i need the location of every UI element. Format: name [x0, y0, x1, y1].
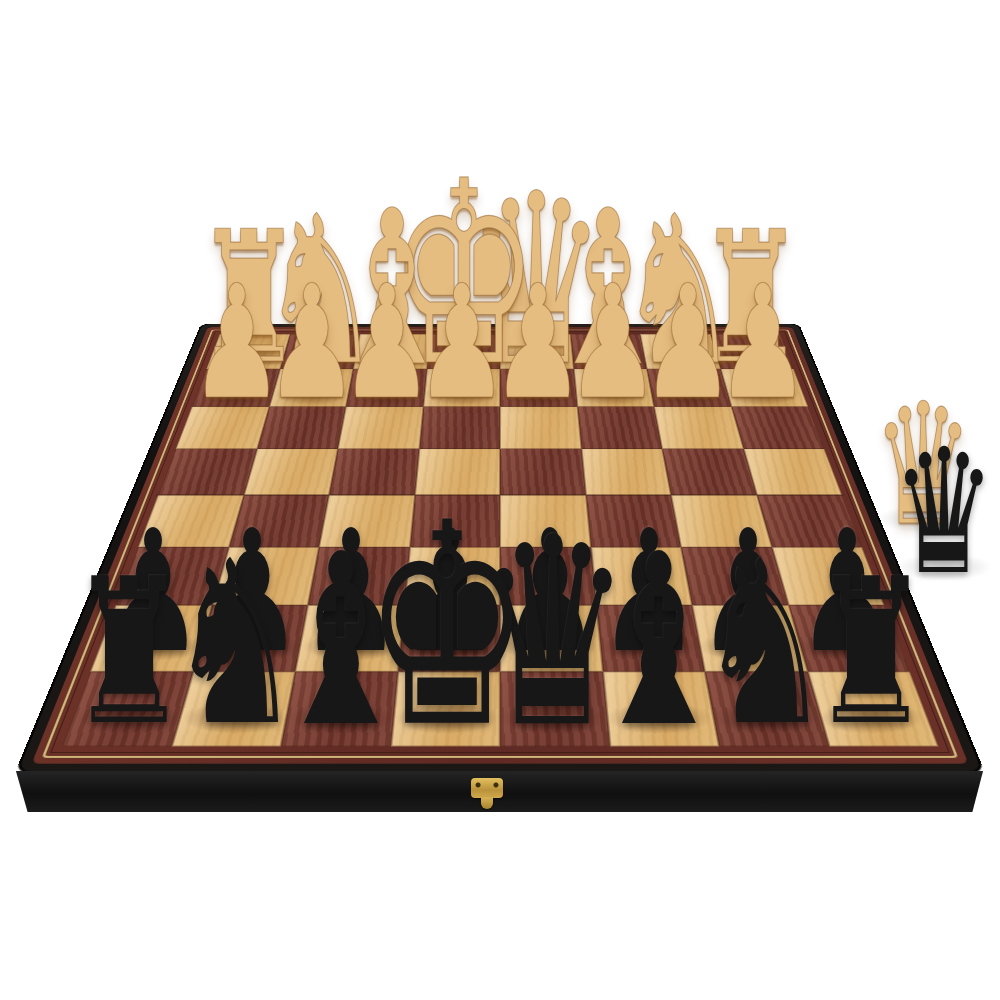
- chess-set-photo: ♜♞♝♛♚♝♞♜♟♟♟♟♟♟♟♟♟♟♟♟♟♟♟♟♜♞♝♛♚♝♞♜♛♛: [0, 0, 1000, 1000]
- black-rook-h8: ♜: [69, 553, 189, 754]
- piece-layer: ♜♞♝♛♚♝♞♜♟♟♟♟♟♟♟♟♟♟♟♟♟♟♟♟♜♞♝♛♚♝♞♜♛♛: [0, 0, 1000, 1000]
- spare-black-queen: ♛: [892, 425, 995, 598]
- white-pawn-h2: ♟: [190, 265, 284, 422]
